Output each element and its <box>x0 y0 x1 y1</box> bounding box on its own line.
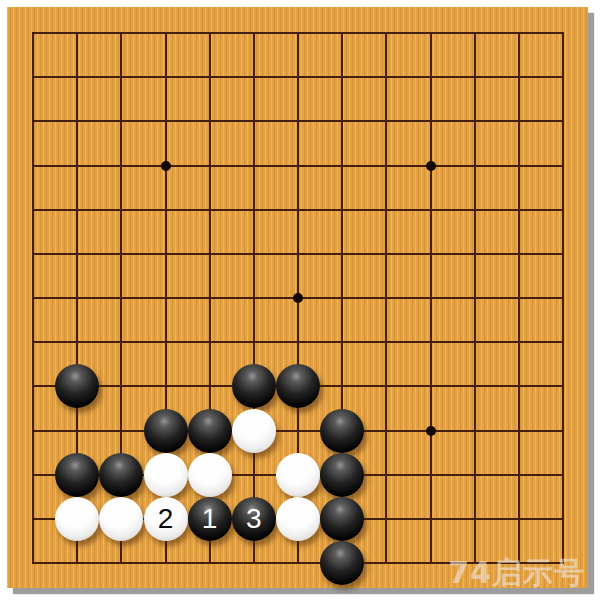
white-stone <box>276 497 320 541</box>
white-stone <box>276 453 320 497</box>
star-point <box>293 293 303 303</box>
grid-line-vertical <box>430 32 432 564</box>
black-stone <box>276 364 320 408</box>
grid-line-vertical <box>518 32 520 564</box>
white-stone <box>232 409 276 453</box>
star-point <box>426 426 436 436</box>
black-stone <box>320 453 364 497</box>
black-stone <box>320 541 364 585</box>
black-stone-move-1: 1 <box>188 497 232 541</box>
black-stone <box>188 409 232 453</box>
grid-line-vertical <box>562 32 564 564</box>
white-stone-move-2: 2 <box>144 497 188 541</box>
star-point <box>161 161 171 171</box>
grid-line-vertical <box>474 32 476 564</box>
black-stone-move-3: 3 <box>232 497 276 541</box>
white-stone <box>55 497 99 541</box>
black-stone <box>55 453 99 497</box>
black-stone <box>320 497 364 541</box>
black-stone <box>144 409 188 453</box>
watermark: 74启示号 <box>448 553 585 594</box>
white-stone <box>144 453 188 497</box>
star-point <box>426 161 436 171</box>
black-stone <box>320 409 364 453</box>
black-stone <box>99 453 143 497</box>
go-board: 213 <box>7 7 588 588</box>
grid-line-vertical <box>385 32 387 564</box>
white-stone <box>188 453 232 497</box>
page: 213 74启示号 <box>0 0 600 600</box>
grid-line-horizontal <box>32 430 564 432</box>
black-stone <box>232 364 276 408</box>
grid-line-horizontal <box>32 341 564 343</box>
black-stone <box>55 364 99 408</box>
white-stone <box>99 497 143 541</box>
